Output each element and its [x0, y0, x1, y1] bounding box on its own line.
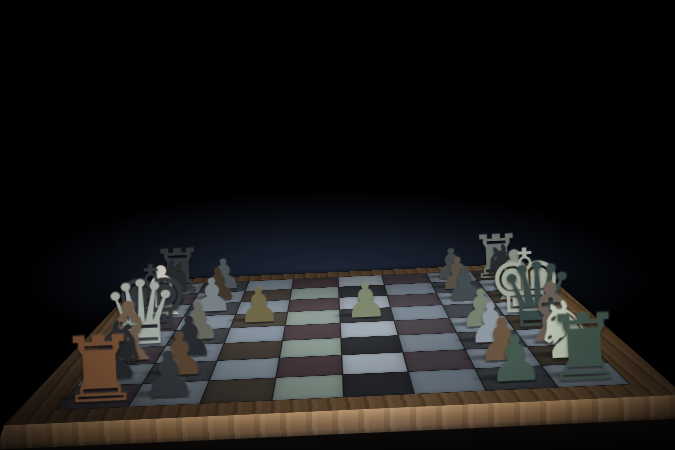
square-a5[interactable]: [343, 372, 414, 397]
square-b4[interactable]: [276, 355, 341, 377]
square-a4[interactable]: [272, 375, 342, 400]
square-b5[interactable]: [342, 353, 408, 375]
chess-photo-scene: ♜♞♝♛♚♝♞♜♟♟♟♟♟♟♟♟♜♞♝♛♚♝♞♜♟♟♟♟♟♟♟♟: [0, 0, 675, 450]
camera-tilt-wrapper: ♜♞♝♛♚♝♞♜♟♟♟♟♟♟♟♟♜♞♝♛♚♝♞♜♟♟♟♟♟♟♟♟: [0, 0, 675, 450]
